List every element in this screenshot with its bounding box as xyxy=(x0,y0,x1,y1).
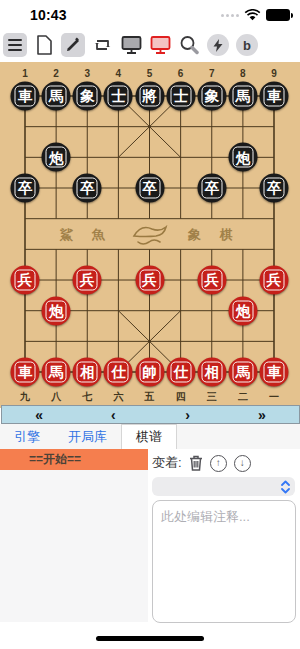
forward-button[interactable]: › xyxy=(151,406,225,423)
monitor-icon xyxy=(121,35,142,55)
red-piece-兵[interactable]: 兵 xyxy=(11,266,40,295)
book-button[interactable]: b xyxy=(235,33,259,57)
piece-glyph: 相 xyxy=(201,362,222,383)
trash-icon[interactable] xyxy=(189,455,203,471)
piece-glyph: 卒 xyxy=(264,178,285,199)
piece-glyph: 兵 xyxy=(201,270,222,291)
file-label: 4 xyxy=(116,68,122,79)
monitor-red-icon xyxy=(150,35,171,55)
black-piece-象[interactable]: 象 xyxy=(73,82,102,111)
status-icons xyxy=(221,9,290,21)
piece-glyph: 炮 xyxy=(46,300,67,321)
red-piece-兵[interactable]: 兵 xyxy=(73,266,102,295)
piece-glyph: 馬 xyxy=(232,362,253,383)
black-piece-炮[interactable]: 炮 xyxy=(228,143,257,172)
file-label: 3 xyxy=(84,68,90,79)
file-label: 四 xyxy=(176,390,186,404)
piece-glyph: 兵 xyxy=(15,270,36,291)
file-label: 2 xyxy=(53,68,59,79)
red-piece-馬[interactable]: 馬 xyxy=(228,358,257,387)
file-label: 九 xyxy=(20,390,30,404)
piece-glyph: 卒 xyxy=(15,178,36,199)
black-piece-將[interactable]: 將 xyxy=(135,82,164,111)
black-piece-卒[interactable]: 卒 xyxy=(260,174,289,203)
battery-icon xyxy=(266,9,290,21)
black-piece-卒[interactable]: 卒 xyxy=(11,174,40,203)
new-document-button[interactable] xyxy=(32,33,56,57)
file-label: 6 xyxy=(178,68,184,79)
black-piece-象[interactable]: 象 xyxy=(197,82,226,111)
piece-glyph: 卒 xyxy=(139,178,160,199)
status-bar: 10:43 xyxy=(0,0,300,30)
red-piece-炮[interactable]: 炮 xyxy=(42,296,71,325)
go-start-button[interactable]: « xyxy=(2,406,76,423)
move-list[interactable]: ==开始== xyxy=(0,449,148,622)
xiangqi-board[interactable]: 123456789 九八七六五四三二一 鯊魚 象棋 車馬象士將士象馬車炮炮卒卒卒… xyxy=(0,62,300,408)
black-piece-卒[interactable]: 卒 xyxy=(73,174,102,203)
black-piece-卒[interactable]: 卒 xyxy=(135,174,164,203)
piece-glyph: 馬 xyxy=(46,86,67,107)
piece-glyph: 馬 xyxy=(232,86,253,107)
piece-glyph: 象 xyxy=(77,86,98,107)
variation-label: 变着: xyxy=(152,454,182,472)
move-nav-bar: «‹›» xyxy=(1,405,300,424)
piece-glyph: 車 xyxy=(264,362,285,383)
up-arrow-icon: ↑ xyxy=(216,458,221,468)
file-label: 9 xyxy=(271,68,277,79)
red-piece-帥[interactable]: 帥 xyxy=(135,358,164,387)
start-label: ==开始== xyxy=(0,451,110,468)
file-label: 六 xyxy=(113,390,123,404)
go-end-button[interactable]: » xyxy=(225,406,299,423)
piece-glyph: 將 xyxy=(139,86,160,107)
file-label: 三 xyxy=(207,390,217,404)
piece-glyph: 帥 xyxy=(139,362,160,383)
loop-arrows-icon xyxy=(92,36,112,54)
red-piece-馬[interactable]: 馬 xyxy=(42,358,71,387)
piece-glyph: 仕 xyxy=(170,362,191,383)
clock: 10:43 xyxy=(30,7,67,23)
piece-glyph: 炮 xyxy=(232,147,253,168)
piece-glyph: 兵 xyxy=(77,270,98,291)
panel-tabs: 引擎开局库棋谱 xyxy=(0,424,300,449)
home-indicator[interactable] xyxy=(96,636,204,641)
piece-glyph: 相 xyxy=(77,362,98,383)
engine-button[interactable] xyxy=(206,33,230,57)
record-panel: ==开始== 变着: ↑ ↓ xyxy=(0,449,300,625)
lightning-icon xyxy=(207,34,229,56)
move-list-start-row[interactable]: ==开始== xyxy=(0,449,148,470)
piece-glyph: 士 xyxy=(170,86,191,107)
variation-down-button[interactable]: ↓ xyxy=(234,455,251,472)
piece-glyph: 兵 xyxy=(139,270,160,291)
piece-glyph: 車 xyxy=(15,362,36,383)
letter-b-icon: b xyxy=(236,34,258,56)
black-piece-炮[interactable]: 炮 xyxy=(42,143,71,172)
board-view-red-button-active[interactable] xyxy=(148,33,172,57)
red-piece-仕[interactable]: 仕 xyxy=(104,358,133,387)
comment-input[interactable] xyxy=(152,500,296,623)
back-button[interactable]: ‹ xyxy=(76,406,150,423)
file-label: 二 xyxy=(238,390,248,404)
variation-picker[interactable] xyxy=(152,477,295,496)
file-label: 八 xyxy=(51,390,61,404)
red-piece-炮[interactable]: 炮 xyxy=(228,296,257,325)
black-piece-士[interactable]: 士 xyxy=(104,82,133,111)
red-piece-車[interactable]: 車 xyxy=(11,358,40,387)
red-piece-仕[interactable]: 仕 xyxy=(166,358,195,387)
black-piece-士[interactable]: 士 xyxy=(166,82,195,111)
red-piece-車[interactable]: 車 xyxy=(260,358,289,387)
piece-glyph: 兵 xyxy=(264,270,285,291)
search-button[interactable] xyxy=(177,33,201,57)
replay-button[interactable] xyxy=(90,33,114,57)
black-piece-馬[interactable]: 馬 xyxy=(228,82,257,111)
edit-button[interactable] xyxy=(61,33,85,57)
variation-pane: 变着: ↑ ↓ xyxy=(148,449,300,625)
piece-glyph: 炮 xyxy=(232,300,253,321)
red-piece-兵[interactable]: 兵 xyxy=(197,266,226,295)
file-label: 8 xyxy=(240,68,246,79)
piece-glyph: 馬 xyxy=(46,362,67,383)
piece-glyph: 士 xyxy=(108,86,129,107)
piece-glyph: 炮 xyxy=(46,147,67,168)
piece-glyph: 象 xyxy=(201,86,222,107)
black-piece-卒[interactable]: 卒 xyxy=(197,174,226,203)
tab-开局库[interactable]: 开局库 xyxy=(54,424,121,449)
board-view-button[interactable] xyxy=(119,33,143,57)
piece-glyph: 卒 xyxy=(201,178,222,199)
wifi-icon xyxy=(244,9,261,21)
hamburger-icon xyxy=(8,39,22,52)
red-piece-兵[interactable]: 兵 xyxy=(135,266,164,295)
file-label: 1 xyxy=(22,68,28,79)
piece-glyph: 仕 xyxy=(108,362,129,383)
tab-引擎[interactable]: 引擎 xyxy=(0,424,54,449)
file-label: 5 xyxy=(147,68,153,79)
tab-棋谱[interactable]: 棋谱 xyxy=(121,424,177,449)
black-piece-馬[interactable]: 馬 xyxy=(42,82,71,111)
menu-button[interactable] xyxy=(3,33,27,57)
piece-glyph: 車 xyxy=(264,86,285,107)
picker-chevrons-icon xyxy=(281,480,290,494)
piece-glyph: 車 xyxy=(15,86,36,107)
main-toolbar: b xyxy=(0,31,300,59)
pencil-icon xyxy=(65,37,81,53)
search-icon xyxy=(179,35,199,55)
black-piece-車[interactable]: 車 xyxy=(260,82,289,111)
cellular-signal-icon xyxy=(221,14,239,17)
file-label: 七 xyxy=(82,390,92,404)
variation-up-button[interactable]: ↑ xyxy=(210,455,227,472)
down-arrow-icon: ↓ xyxy=(240,458,245,468)
black-piece-車[interactable]: 車 xyxy=(11,82,40,111)
red-piece-相[interactable]: 相 xyxy=(73,358,102,387)
file-label: 一 xyxy=(269,390,279,404)
piece-glyph: 卒 xyxy=(77,178,98,199)
file-label: 五 xyxy=(145,390,155,404)
file-label: 7 xyxy=(209,68,215,79)
red-piece-相[interactable]: 相 xyxy=(197,358,226,387)
board-grid xyxy=(0,62,300,408)
document-icon xyxy=(35,35,53,55)
red-piece-兵[interactable]: 兵 xyxy=(260,266,289,295)
